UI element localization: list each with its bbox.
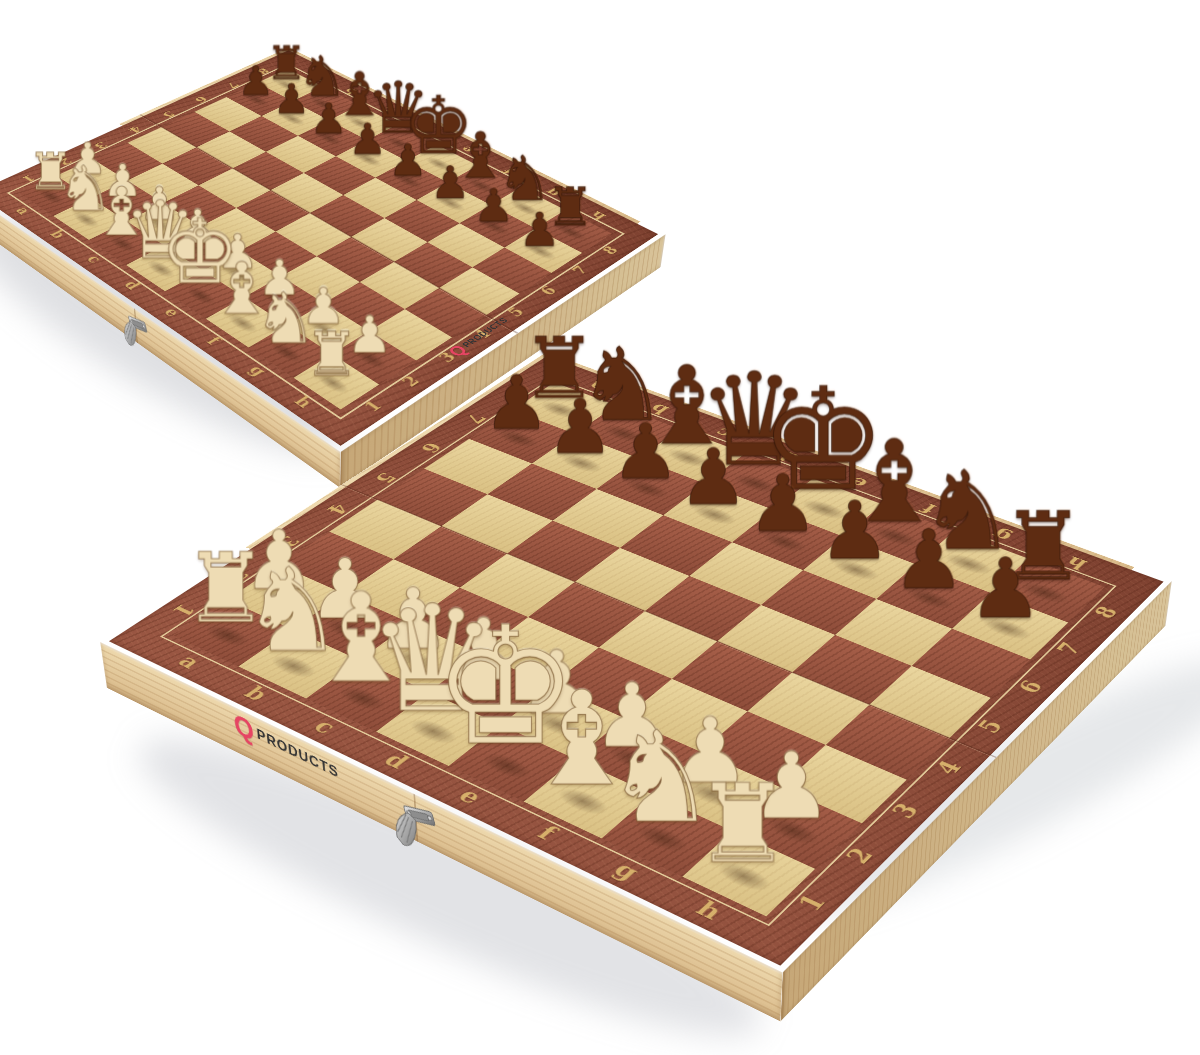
folded-chess-set-large: QPRODUCTSaabbccddeeffgghh887766554433221…: [100, 352, 1172, 972]
piece-glyph: ♜: [617, 769, 869, 878]
piece-glyph: ♟: [894, 547, 1116, 630]
piece-glyph: ♟: [426, 206, 654, 253]
product-photo-stage: aabbccddeeffgghh8877665544332211QPRODUCT…: [0, 0, 1200, 1055]
board-box: QPRODUCTSaabbccddeeffgghh887766554433221…: [100, 352, 1172, 972]
